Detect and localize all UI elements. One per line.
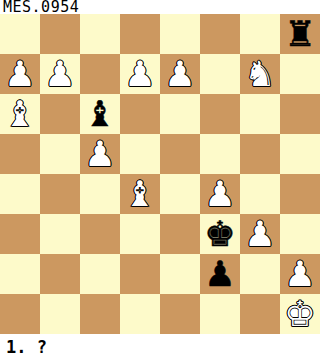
- piece-white-pawn[interactable]: ♟: [84, 134, 115, 174]
- piece-white-pawn[interactable]: ♟: [284, 254, 315, 294]
- square-d8[interactable]: [120, 14, 160, 54]
- square-a7[interactable]: ♟: [0, 54, 40, 94]
- square-a3[interactable]: [0, 214, 40, 254]
- square-d1[interactable]: [120, 294, 160, 334]
- square-b3[interactable]: [40, 214, 80, 254]
- square-b7[interactable]: ♟: [40, 54, 80, 94]
- square-g7[interactable]: ♞: [240, 54, 280, 94]
- square-e1[interactable]: [160, 294, 200, 334]
- square-g8[interactable]: [240, 14, 280, 54]
- piece-white-pawn[interactable]: ♟: [204, 174, 235, 214]
- square-d7[interactable]: ♟: [120, 54, 160, 94]
- square-f6[interactable]: [200, 94, 240, 134]
- piece-black-king[interactable]: ♚: [204, 214, 235, 254]
- square-f4[interactable]: ♟: [200, 174, 240, 214]
- square-e6[interactable]: [160, 94, 200, 134]
- square-c2[interactable]: [80, 254, 120, 294]
- square-e8[interactable]: [160, 14, 200, 54]
- square-f3[interactable]: ♚: [200, 214, 240, 254]
- square-a4[interactable]: [0, 174, 40, 214]
- square-b6[interactable]: [40, 94, 80, 134]
- square-c1[interactable]: [80, 294, 120, 334]
- piece-white-king[interactable]: ♚: [284, 294, 315, 334]
- diagram-title: MES.0954: [3, 0, 79, 14]
- square-e5[interactable]: [160, 134, 200, 174]
- square-b8[interactable]: [40, 14, 80, 54]
- square-c8[interactable]: [80, 14, 120, 54]
- square-h4[interactable]: [280, 174, 320, 214]
- square-e7[interactable]: ♟: [160, 54, 200, 94]
- square-d6[interactable]: [120, 94, 160, 134]
- piece-white-pawn[interactable]: ♟: [244, 214, 275, 254]
- square-h5[interactable]: [280, 134, 320, 174]
- square-c5[interactable]: ♟: [80, 134, 120, 174]
- square-h8[interactable]: ♜: [280, 14, 320, 54]
- square-b4[interactable]: [40, 174, 80, 214]
- square-g1[interactable]: [240, 294, 280, 334]
- square-b5[interactable]: [40, 134, 80, 174]
- square-f8[interactable]: [200, 14, 240, 54]
- square-d3[interactable]: [120, 214, 160, 254]
- chess-program-window: MES.0954 ♜♟♟♟♟♞♝♝♟♝♟♚♟♟♟♚ 1. ?: [0, 0, 320, 360]
- square-h6[interactable]: [280, 94, 320, 134]
- piece-white-pawn[interactable]: ♟: [124, 54, 155, 94]
- square-a2[interactable]: [0, 254, 40, 294]
- square-g4[interactable]: [240, 174, 280, 214]
- square-e4[interactable]: [160, 174, 200, 214]
- square-a5[interactable]: [0, 134, 40, 174]
- piece-black-rook[interactable]: ♜: [284, 14, 315, 54]
- square-c7[interactable]: [80, 54, 120, 94]
- piece-white-bishop[interactable]: ♝: [124, 174, 155, 214]
- square-g5[interactable]: [240, 134, 280, 174]
- chess-board: ♜♟♟♟♟♞♝♝♟♝♟♚♟♟♟♚: [0, 14, 320, 334]
- piece-white-bishop[interactable]: ♝: [4, 94, 35, 134]
- square-d2[interactable]: [120, 254, 160, 294]
- square-h2[interactable]: ♟: [280, 254, 320, 294]
- piece-white-pawn[interactable]: ♟: [164, 54, 195, 94]
- square-f7[interactable]: [200, 54, 240, 94]
- square-d4[interactable]: ♝: [120, 174, 160, 214]
- square-e3[interactable]: [160, 214, 200, 254]
- square-c6[interactable]: ♝: [80, 94, 120, 134]
- square-h7[interactable]: [280, 54, 320, 94]
- move-prompt: 1. ?: [6, 337, 47, 359]
- square-e2[interactable]: [160, 254, 200, 294]
- square-c3[interactable]: [80, 214, 120, 254]
- piece-black-pawn[interactable]: ♟: [204, 254, 235, 294]
- square-h3[interactable]: [280, 214, 320, 254]
- square-b1[interactable]: [40, 294, 80, 334]
- square-g2[interactable]: [240, 254, 280, 294]
- piece-white-pawn[interactable]: ♟: [4, 54, 35, 94]
- piece-white-knight[interactable]: ♞: [244, 54, 275, 94]
- square-d5[interactable]: [120, 134, 160, 174]
- square-h1[interactable]: ♚: [280, 294, 320, 334]
- square-f1[interactable]: [200, 294, 240, 334]
- square-a1[interactable]: [0, 294, 40, 334]
- square-a6[interactable]: ♝: [0, 94, 40, 134]
- piece-black-bishop[interactable]: ♝: [84, 94, 115, 134]
- square-b2[interactable]: [40, 254, 80, 294]
- square-a8[interactable]: [0, 14, 40, 54]
- square-f2[interactable]: ♟: [200, 254, 240, 294]
- square-g6[interactable]: [240, 94, 280, 134]
- piece-white-pawn[interactable]: ♟: [44, 54, 75, 94]
- square-g3[interactable]: ♟: [240, 214, 280, 254]
- square-c4[interactable]: [80, 174, 120, 214]
- square-f5[interactable]: [200, 134, 240, 174]
